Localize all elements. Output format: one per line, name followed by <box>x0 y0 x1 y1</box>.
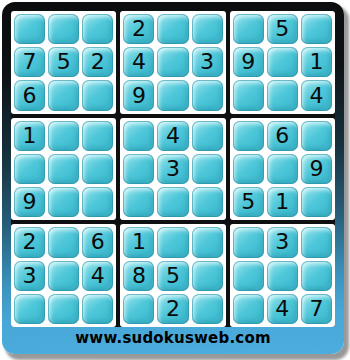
cell-r1c3[interactable] <box>82 14 113 44</box>
box-r3c3: 347 <box>230 224 335 327</box>
cell-r7c3[interactable]: 6 <box>82 227 113 257</box>
cell-r1c1[interactable] <box>14 14 45 44</box>
cell-r2c1[interactable]: 7 <box>14 47 45 77</box>
cell-r5c8[interactable] <box>267 154 298 184</box>
cell-r4c9[interactable] <box>301 121 332 151</box>
cell-r7c4[interactable]: 1 <box>123 227 154 257</box>
cell-r4c2[interactable] <box>48 121 79 151</box>
box-r2c1: 19 <box>11 118 116 221</box>
cell-r5c7[interactable] <box>233 154 264 184</box>
box-r3c1: 2634 <box>11 224 116 327</box>
box-r2c2: 43 <box>120 118 225 221</box>
cell-r9c1[interactable] <box>14 294 45 324</box>
cell-r4c8[interactable]: 6 <box>267 121 298 151</box>
cell-r7c6[interactable] <box>192 227 223 257</box>
cell-r5c3[interactable] <box>82 154 113 184</box>
cell-r3c2[interactable] <box>48 80 79 110</box>
cell-r1c5[interactable] <box>157 14 188 44</box>
cell-r8c1[interactable]: 3 <box>14 261 45 291</box>
cell-r6c5[interactable] <box>157 187 188 217</box>
cell-r6c9[interactable] <box>301 187 332 217</box>
cell-r3c3[interactable] <box>82 80 113 110</box>
cell-r9c4[interactable] <box>123 294 154 324</box>
cell-r4c6[interactable] <box>192 121 223 151</box>
cell-r3c8[interactable] <box>267 80 298 110</box>
cell-r3c4[interactable]: 9 <box>123 80 154 110</box>
cell-r8c8[interactable] <box>267 261 298 291</box>
website-url[interactable]: www.sudokusweb.com <box>75 329 270 347</box>
cell-r1c2[interactable] <box>48 14 79 44</box>
cell-r2c9[interactable]: 1 <box>301 47 332 77</box>
box-r2c3: 6951 <box>230 118 335 221</box>
cell-r9c2[interactable] <box>48 294 79 324</box>
cell-r9c6[interactable] <box>192 294 223 324</box>
cell-r5c4[interactable] <box>123 154 154 184</box>
cell-r5c1[interactable] <box>14 154 45 184</box>
cell-r7c5[interactable] <box>157 227 188 257</box>
cell-r9c5[interactable]: 2 <box>157 294 188 324</box>
cell-r6c2[interactable] <box>48 187 79 217</box>
cell-r6c6[interactable] <box>192 187 223 217</box>
cell-r5c2[interactable] <box>48 154 79 184</box>
cell-r9c3[interactable] <box>82 294 113 324</box>
cell-r7c2[interactable] <box>48 227 79 257</box>
cell-r7c8[interactable]: 3 <box>267 227 298 257</box>
cell-r5c6[interactable] <box>192 154 223 184</box>
cell-r4c5[interactable]: 4 <box>157 121 188 151</box>
sudoku-board: 7526243959141943695126341852347 <box>11 11 335 327</box>
cell-r8c5[interactable]: 5 <box>157 261 188 291</box>
cell-r6c1[interactable]: 9 <box>14 187 45 217</box>
box-r1c2: 2439 <box>120 11 225 114</box>
cell-r2c3[interactable]: 2 <box>82 47 113 77</box>
cell-r8c3[interactable]: 4 <box>82 261 113 291</box>
cell-r2c2[interactable]: 5 <box>48 47 79 77</box>
cell-r3c6[interactable] <box>192 80 223 110</box>
board-plate: 7526243959141943695126341852347 www.sudo… <box>2 2 344 354</box>
cell-r5c5[interactable]: 3 <box>157 154 188 184</box>
cell-r7c7[interactable] <box>233 227 264 257</box>
cell-r3c1[interactable]: 6 <box>14 80 45 110</box>
footer-band: www.sudokusweb.com <box>11 326 335 350</box>
cell-r6c7[interactable]: 5 <box>233 187 264 217</box>
cell-r4c1[interactable]: 1 <box>14 121 45 151</box>
cell-r1c9[interactable] <box>301 14 332 44</box>
cell-r7c1[interactable]: 2 <box>14 227 45 257</box>
cell-r3c9[interactable]: 4 <box>301 80 332 110</box>
cell-r8c2[interactable] <box>48 261 79 291</box>
cell-r8c4[interactable]: 8 <box>123 261 154 291</box>
cell-r3c5[interactable] <box>157 80 188 110</box>
cell-r6c4[interactable] <box>123 187 154 217</box>
cell-r1c8[interactable]: 5 <box>267 14 298 44</box>
cell-r1c4[interactable]: 2 <box>123 14 154 44</box>
cell-r2c5[interactable] <box>157 47 188 77</box>
cell-r2c8[interactable] <box>267 47 298 77</box>
cell-r4c4[interactable] <box>123 121 154 151</box>
cell-r2c4[interactable]: 4 <box>123 47 154 77</box>
cell-r5c9[interactable]: 9 <box>301 154 332 184</box>
cell-r9c9[interactable]: 7 <box>301 294 332 324</box>
cell-r6c3[interactable] <box>82 187 113 217</box>
box-r1c3: 5914 <box>230 11 335 114</box>
cell-r4c7[interactable] <box>233 121 264 151</box>
cell-r7c9[interactable] <box>301 227 332 257</box>
cell-r8c7[interactable] <box>233 261 264 291</box>
cell-r2c6[interactable]: 3 <box>192 47 223 77</box>
cell-r1c7[interactable] <box>233 14 264 44</box>
box-r3c2: 1852 <box>120 224 225 327</box>
cell-r6c8[interactable]: 1 <box>267 187 298 217</box>
cell-r4c3[interactable] <box>82 121 113 151</box>
cell-r8c6[interactable] <box>192 261 223 291</box>
cell-r3c7[interactable] <box>233 80 264 110</box>
cell-r2c7[interactable]: 9 <box>233 47 264 77</box>
cell-r9c8[interactable]: 4 <box>267 294 298 324</box>
cell-r9c7[interactable] <box>233 294 264 324</box>
box-r1c1: 7526 <box>11 11 116 114</box>
cell-r1c6[interactable] <box>192 14 223 44</box>
cell-r8c9[interactable] <box>301 261 332 291</box>
